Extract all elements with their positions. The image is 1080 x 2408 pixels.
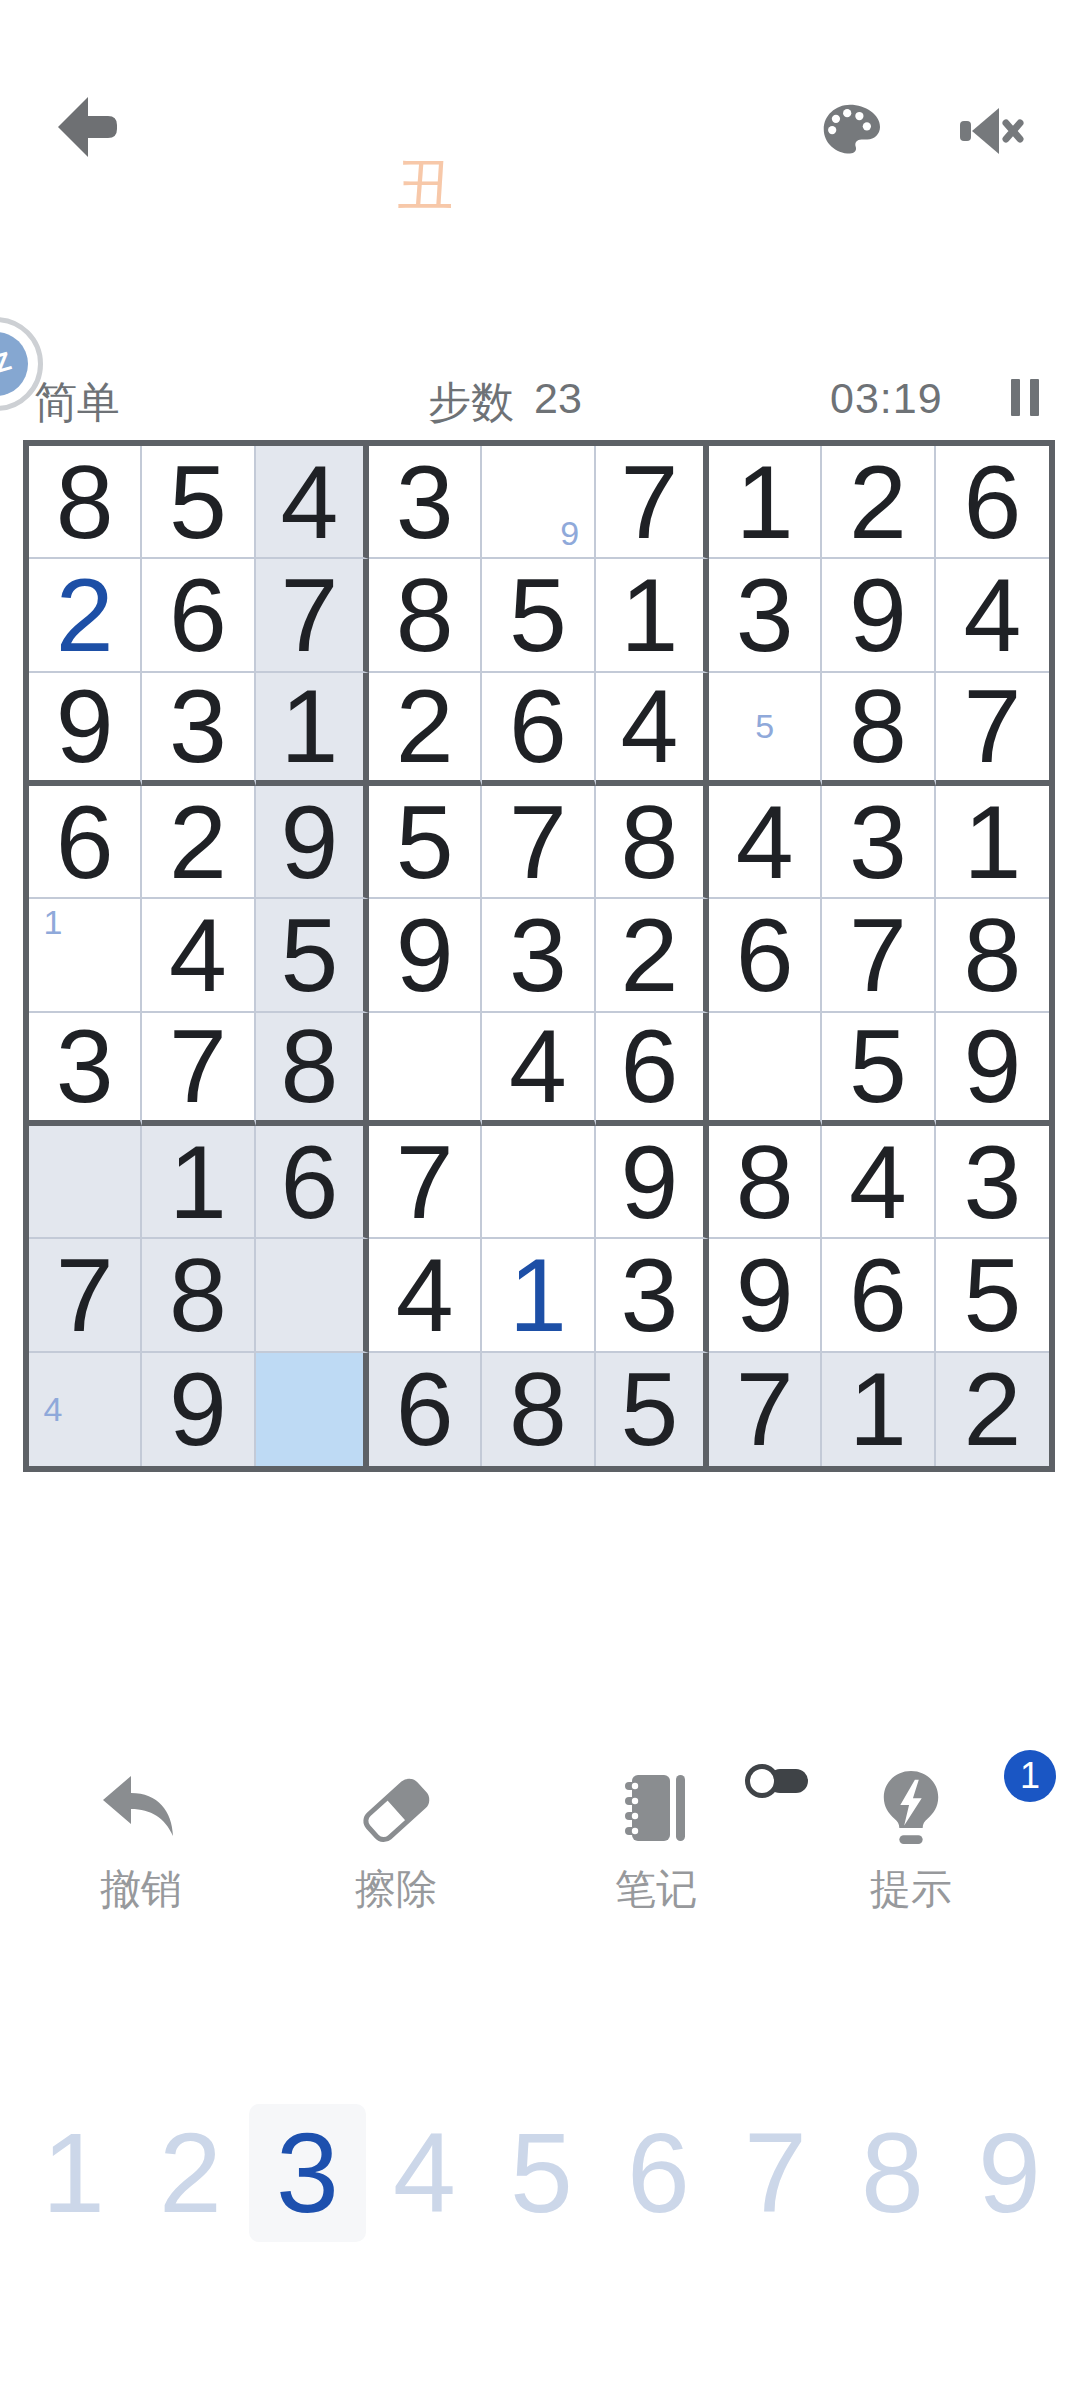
cell-r9c8[interactable]: 1	[822, 1353, 935, 1466]
given-digit: 3	[509, 903, 567, 1007]
cell-r3c6[interactable]: 4	[596, 673, 709, 786]
steps-counter: 步数 23	[428, 374, 582, 432]
given-digit: 6	[56, 790, 114, 894]
theme-palette-button[interactable]	[820, 100, 880, 162]
cell-r4c6[interactable]: 8	[596, 786, 709, 899]
undo-button[interactable]: 撤销	[31, 1756, 251, 1917]
note-digit: 5	[749, 707, 781, 746]
given-digit: 8	[396, 563, 454, 667]
hint-button[interactable]: 1 提示	[801, 1756, 1021, 1917]
cell-r9c2[interactable]: 9	[142, 1353, 255, 1466]
cell-r6c7[interactable]	[709, 1013, 822, 1126]
given-digit: 6	[736, 903, 794, 1007]
cell-r1c7[interactable]: 1	[709, 446, 822, 559]
pencil-notes: 1	[37, 903, 132, 1006]
numpad-key-1[interactable]: 1	[15, 2104, 132, 2242]
given-digit: 3	[736, 563, 794, 667]
cell-r1c6[interactable]: 7	[596, 446, 709, 559]
cell-r1c4[interactable]: 3	[369, 446, 482, 559]
cell-r2c6[interactable]: 1	[596, 559, 709, 672]
given-digit: 6	[396, 1357, 454, 1461]
numpad-key-6[interactable]: 6	[600, 2104, 717, 2242]
given-digit: 2	[396, 674, 454, 778]
cell-r8c1[interactable]: 7	[29, 1239, 142, 1352]
cell-r6c8[interactable]: 5	[822, 1013, 935, 1126]
numpad-key-7[interactable]: 7	[717, 2104, 834, 2242]
given-digit: 3	[963, 1130, 1021, 1234]
cell-r6c4[interactable]	[369, 1013, 482, 1126]
given-digit: 2	[169, 790, 227, 894]
cell-r5c3[interactable]: 5	[256, 899, 369, 1012]
cell-r7c5[interactable]	[482, 1126, 595, 1239]
cell-r3c2[interactable]: 3	[142, 673, 255, 786]
given-digit: 8	[56, 450, 114, 554]
cell-r3c7[interactable]: 5	[709, 673, 822, 786]
cell-r2c8[interactable]: 9	[822, 559, 935, 672]
cell-r8c7[interactable]: 9	[709, 1239, 822, 1352]
hint-label: 提示	[870, 1862, 952, 1917]
cell-r1c3[interactable]: 4	[256, 446, 369, 559]
given-digit: 8	[169, 1243, 227, 1347]
palette-icon	[820, 101, 880, 161]
given-digit: 9	[56, 674, 114, 778]
cell-r9c9[interactable]: 2	[936, 1353, 1049, 1466]
cell-r4c9[interactable]: 1	[936, 786, 1049, 899]
erase-label: 擦除	[355, 1862, 437, 1917]
back-arrow-icon	[54, 92, 120, 162]
given-digit: 9	[396, 903, 454, 1007]
given-digit: 6	[963, 450, 1021, 554]
given-digit: 7	[280, 563, 338, 667]
hint-bulb-icon	[876, 1766, 946, 1850]
given-digit: 3	[620, 1243, 678, 1347]
timer: 03:19	[830, 374, 943, 423]
given-digit: 5	[509, 563, 567, 667]
user-digit: 1	[509, 1243, 567, 1347]
cell-r4c8[interactable]: 3	[822, 786, 935, 899]
cell-r7c1[interactable]	[29, 1126, 142, 1239]
cell-r4c2[interactable]: 2	[142, 786, 255, 899]
given-digit: 6	[849, 1243, 907, 1347]
cell-r6c3[interactable]: 8	[256, 1013, 369, 1126]
given-digit: 1	[963, 790, 1021, 894]
cell-r4c3[interactable]: 9	[256, 786, 369, 899]
pause-icon	[1011, 379, 1020, 416]
back-button[interactable]	[54, 92, 120, 162]
cell-r2c7[interactable]: 3	[709, 559, 822, 672]
cell-r9c6[interactable]: 5	[596, 1353, 709, 1466]
given-digit: 4	[280, 450, 338, 554]
given-digit: 7	[396, 1130, 454, 1234]
given-digit: 9	[280, 790, 338, 894]
note-digit: 9	[554, 514, 586, 553]
cell-r5c8[interactable]: 7	[822, 899, 935, 1012]
given-digit: 9	[169, 1357, 227, 1461]
given-digit: 5	[849, 1014, 907, 1118]
given-digit: 3	[396, 450, 454, 554]
given-digit: 3	[56, 1014, 114, 1118]
cell-r1c8[interactable]: 2	[822, 446, 935, 559]
cell-r5c9[interactable]: 8	[936, 899, 1049, 1012]
cell-r7c6[interactable]: 9	[596, 1126, 709, 1239]
given-digit: 4	[169, 903, 227, 1007]
cell-r4c1[interactable]: 6	[29, 786, 142, 899]
sleep-fab-label: zZ	[0, 345, 15, 383]
notes-label: 笔记	[615, 1862, 697, 1917]
cell-r7c8[interactable]: 4	[822, 1126, 935, 1239]
cell-r8c4[interactable]: 4	[369, 1239, 482, 1352]
steps-label: 步数	[428, 374, 514, 432]
given-digit: 8	[620, 790, 678, 894]
cell-r5c1[interactable]: 1	[29, 899, 142, 1012]
pencil-notes: 4	[37, 1357, 132, 1462]
cell-r7c3[interactable]: 6	[256, 1126, 369, 1239]
cell-r8c3[interactable]	[256, 1239, 369, 1352]
given-digit: 7	[169, 1014, 227, 1118]
cell-r7c2[interactable]: 1	[142, 1126, 255, 1239]
cell-r5c6[interactable]: 2	[596, 899, 709, 1012]
cell-r7c4[interactable]: 7	[369, 1126, 482, 1239]
given-digit: 8	[736, 1130, 794, 1234]
cell-r3c4[interactable]: 2	[369, 673, 482, 786]
given-digit: 1	[169, 1130, 227, 1234]
given-digit: 5	[620, 1357, 678, 1461]
cell-r3c5[interactable]: 6	[482, 673, 595, 786]
zen-character: 丑	[396, 156, 454, 214]
cell-r9c7[interactable]: 7	[709, 1353, 822, 1466]
given-digit: 9	[620, 1130, 678, 1234]
cell-r6c6[interactable]: 6	[596, 1013, 709, 1126]
cell-r3c1[interactable]: 9	[29, 673, 142, 786]
cell-r6c5[interactable]: 4	[482, 1013, 595, 1126]
mute-button[interactable]	[952, 102, 1026, 160]
numpad-key-3[interactable]: 3	[249, 2104, 366, 2242]
cell-r9c4[interactable]: 6	[369, 1353, 482, 1466]
given-digit: 7	[963, 674, 1021, 778]
numpad-key-5[interactable]: 5	[483, 2104, 600, 2242]
given-digit: 2	[849, 450, 907, 554]
given-digit: 5	[396, 790, 454, 894]
note-digit: 4	[37, 1390, 69, 1429]
cell-r5c7[interactable]: 6	[709, 899, 822, 1012]
cell-r8c6[interactable]: 3	[596, 1239, 709, 1352]
given-digit: 4	[396, 1243, 454, 1347]
cell-r6c9[interactable]: 9	[936, 1013, 1049, 1126]
numpad-key-2[interactable]: 2	[132, 2104, 249, 2242]
given-digit: 6	[620, 1014, 678, 1118]
given-digit: 6	[280, 1130, 338, 1234]
cell-r3c8[interactable]: 8	[822, 673, 935, 786]
erase-button[interactable]: 擦除	[286, 1756, 506, 1917]
given-digit: 9	[963, 1014, 1021, 1118]
sudoku-board: 8543971262678513949312645876295784311459…	[23, 440, 1055, 1472]
given-digit: 7	[509, 790, 567, 894]
cell-r8c5[interactable]: 1	[482, 1239, 595, 1352]
eraser-icon	[354, 1766, 438, 1850]
given-digit: 1	[280, 674, 338, 778]
given-digit: 4	[849, 1130, 907, 1234]
cell-r2c5[interactable]: 5	[482, 559, 595, 672]
undo-label: 撤销	[100, 1862, 182, 1917]
numpad-key-9[interactable]: 9	[951, 2104, 1068, 2242]
cell-r7c9[interactable]: 3	[936, 1126, 1049, 1239]
given-digit: 6	[169, 563, 227, 667]
given-digit: 9	[849, 563, 907, 667]
given-digit: 1	[620, 563, 678, 667]
cell-r1c5[interactable]: 9	[482, 446, 595, 559]
pencil-notes: 5	[717, 677, 812, 776]
steps-value: 23	[534, 374, 582, 432]
sudoku-app-screen: 丑 zZ 简单 步数 23 03:19	[0, 0, 1080, 2408]
cell-r7c7[interactable]: 8	[709, 1126, 822, 1239]
given-digit: 4	[736, 790, 794, 894]
pause-button[interactable]	[1006, 379, 1044, 417]
hint-count-badge: 1	[1004, 1750, 1056, 1802]
cell-r8c2[interactable]: 8	[142, 1239, 255, 1352]
cell-r2c9[interactable]: 4	[936, 559, 1049, 672]
cell-r4c5[interactable]: 7	[482, 786, 595, 899]
cell-r1c9[interactable]: 6	[936, 446, 1049, 559]
cell-r9c1[interactable]: 4	[29, 1353, 142, 1466]
given-digit: 5	[280, 903, 338, 1007]
cell-r5c4[interactable]: 9	[369, 899, 482, 1012]
given-digit: 7	[620, 450, 678, 554]
numpad-key-8[interactable]: 8	[834, 2104, 951, 2242]
cell-r9c3[interactable]	[256, 1353, 369, 1466]
cell-r3c3[interactable]: 1	[256, 673, 369, 786]
given-digit: 7	[736, 1357, 794, 1461]
note-digit: 1	[37, 903, 69, 942]
cell-r9c5[interactable]: 8	[482, 1353, 595, 1466]
difficulty-label: 简单	[34, 374, 120, 432]
given-digit: 3	[849, 790, 907, 894]
undo-icon	[99, 1772, 183, 1844]
sleep-mode-inner-circle: zZ	[0, 332, 28, 396]
given-digit: 5	[963, 1243, 1021, 1347]
given-digit: 9	[736, 1243, 794, 1347]
cell-r1c2[interactable]: 5	[142, 446, 255, 559]
given-digit: 5	[169, 450, 227, 554]
cell-r8c8[interactable]: 6	[822, 1239, 935, 1352]
given-digit: 2	[963, 1357, 1021, 1461]
given-digit: 7	[849, 903, 907, 1007]
cell-r3c9[interactable]: 7	[936, 673, 1049, 786]
cell-r1c1[interactable]: 8	[29, 446, 142, 559]
cell-r6c1[interactable]: 3	[29, 1013, 142, 1126]
notes-icon	[622, 1767, 690, 1849]
given-digit: 4	[963, 563, 1021, 667]
given-digit: 1	[849, 1357, 907, 1461]
cell-r5c5[interactable]: 3	[482, 899, 595, 1012]
cell-r5c2[interactable]: 4	[142, 899, 255, 1012]
cell-r2c1[interactable]: 2	[29, 559, 142, 672]
given-digit: 7	[56, 1243, 114, 1347]
cell-r4c4[interactable]: 5	[369, 786, 482, 899]
cell-r2c2[interactable]: 6	[142, 559, 255, 672]
cell-r8c9[interactable]: 5	[936, 1239, 1049, 1352]
given-digit: 6	[509, 674, 567, 778]
given-digit: 4	[620, 674, 678, 778]
given-digit: 8	[509, 1357, 567, 1461]
status-row: 简单 步数 23 03:19	[0, 372, 1080, 422]
given-digit: 4	[509, 1014, 567, 1118]
volume-muted-icon	[952, 102, 1026, 160]
cell-r4c7[interactable]: 4	[709, 786, 822, 899]
toolbar: 撤销 擦除	[0, 1756, 1080, 1936]
given-digit: 8	[963, 903, 1021, 1007]
number-pad: 123456789	[15, 2104, 1068, 2242]
cell-r2c4[interactable]: 8	[369, 559, 482, 672]
given-digit: 1	[736, 450, 794, 554]
given-digit: 8	[280, 1014, 338, 1118]
pencil-notes: 9	[490, 450, 585, 553]
cell-r6c2[interactable]: 7	[142, 1013, 255, 1126]
given-digit: 8	[849, 674, 907, 778]
user-digit: 2	[56, 563, 114, 667]
notes-button[interactable]: 笔记	[546, 1756, 766, 1917]
numpad-key-4[interactable]: 4	[366, 2104, 483, 2242]
cell-r2c3[interactable]: 7	[256, 559, 369, 672]
given-digit: 3	[169, 674, 227, 778]
given-digit: 2	[620, 903, 678, 1007]
